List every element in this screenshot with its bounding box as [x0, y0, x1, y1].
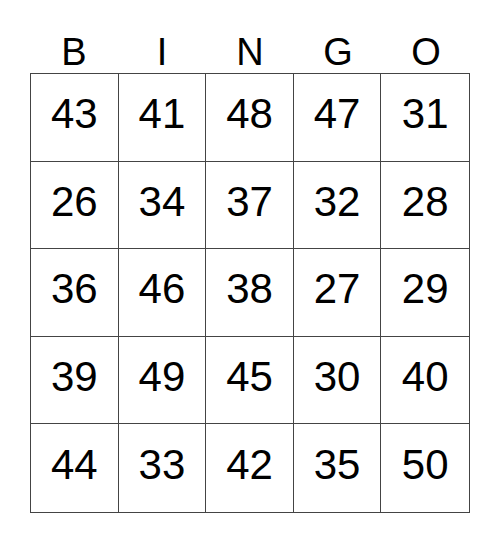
- bingo-cell-r3c1[interactable]: 36: [31, 249, 119, 337]
- bingo-cell-r4c3[interactable]: 45: [206, 337, 294, 425]
- bingo-card: B I N G O 43 41 48 47 31 26 34 37 32 28 …: [30, 0, 470, 513]
- bingo-cell-r3c3[interactable]: 38: [206, 249, 294, 337]
- bingo-cell-r5c5[interactable]: 50: [381, 424, 469, 512]
- bingo-cell-r1c2[interactable]: 41: [119, 74, 207, 162]
- bingo-cell-r2c4[interactable]: 32: [294, 162, 382, 250]
- bingo-cell-r4c1[interactable]: 39: [31, 337, 119, 425]
- bingo-cell-r1c3[interactable]: 48: [206, 74, 294, 162]
- bingo-cell-r5c1[interactable]: 44: [31, 424, 119, 512]
- bingo-cell-r1c5[interactable]: 31: [381, 74, 469, 162]
- bingo-cell-r1c4[interactable]: 47: [294, 74, 382, 162]
- bingo-cell-r2c3[interactable]: 37: [206, 162, 294, 250]
- bingo-cell-r1c1[interactable]: 43: [31, 74, 119, 162]
- bingo-cell-r3c4[interactable]: 27: [294, 249, 382, 337]
- bingo-header-letter-o: O: [382, 0, 470, 73]
- bingo-header-letter-i: I: [118, 0, 206, 73]
- bingo-cell-r4c4[interactable]: 30: [294, 337, 382, 425]
- bingo-grid: 43 41 48 47 31 26 34 37 32 28 36 46 38 2…: [30, 73, 470, 513]
- bingo-cell-r2c1[interactable]: 26: [31, 162, 119, 250]
- bingo-card-page: B I N G O 43 41 48 47 31 26 34 37 32 28 …: [0, 0, 500, 544]
- bingo-cell-r3c5[interactable]: 29: [381, 249, 469, 337]
- bingo-header-letter-g: G: [294, 0, 382, 73]
- bingo-header-row: B I N G O: [30, 0, 470, 73]
- bingo-header-letter-b: B: [30, 0, 118, 73]
- bingo-cell-r5c3[interactable]: 42: [206, 424, 294, 512]
- bingo-cell-r2c2[interactable]: 34: [119, 162, 207, 250]
- bingo-cell-r2c5[interactable]: 28: [381, 162, 469, 250]
- bingo-cell-r5c4[interactable]: 35: [294, 424, 382, 512]
- bingo-cell-r4c5[interactable]: 40: [381, 337, 469, 425]
- bingo-cell-r4c2[interactable]: 49: [119, 337, 207, 425]
- bingo-header-letter-n: N: [206, 0, 294, 73]
- bingo-cell-r3c2[interactable]: 46: [119, 249, 207, 337]
- bingo-cell-r5c2[interactable]: 33: [119, 424, 207, 512]
